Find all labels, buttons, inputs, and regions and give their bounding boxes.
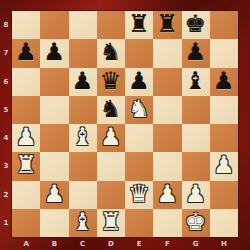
- square-c5[interactable]: [69, 96, 97, 124]
- piece-black-knight[interactable]: ♞: [100, 40, 122, 64]
- file-labels: ABCDEFGH: [12, 237, 238, 250]
- square-f1[interactable]: [153, 209, 181, 237]
- piece-white-knight[interactable]: ♞: [128, 97, 150, 121]
- square-h1[interactable]: [210, 209, 238, 237]
- file-label-a: A: [12, 237, 40, 250]
- rank-label-1: 1: [0, 209, 12, 237]
- piece-white-king[interactable]: ♚: [185, 210, 207, 234]
- square-b7[interactable]: ♟: [40, 39, 68, 67]
- piece-white-pawn[interactable]: ♟: [44, 182, 66, 206]
- square-d8[interactable]: [97, 11, 125, 39]
- square-g1[interactable]: ♚: [182, 209, 210, 237]
- rank-label-6: 6: [0, 68, 12, 96]
- square-e2[interactable]: ♛: [125, 181, 153, 209]
- square-f8[interactable]: ♜: [153, 11, 181, 39]
- square-a8[interactable]: [12, 11, 40, 39]
- square-f6[interactable]: [153, 68, 181, 96]
- square-h8[interactable]: [210, 11, 238, 39]
- file-label-g: G: [182, 237, 210, 250]
- square-b6[interactable]: [40, 68, 68, 96]
- chess-board-diagram: 87654321 ♜♜♚♟♟♞♟♟♛♟♝♟♞♞♟♝♟♜♟♟♛♟♟♝♜♚ ABCD…: [0, 0, 250, 250]
- square-g4[interactable]: [182, 124, 210, 152]
- square-h6[interactable]: ♟: [210, 68, 238, 96]
- square-f3[interactable]: [153, 152, 181, 180]
- piece-black-pawn[interactable]: ♟: [185, 40, 207, 64]
- square-b4[interactable]: [40, 124, 68, 152]
- square-c7[interactable]: [69, 39, 97, 67]
- piece-white-pawn[interactable]: ♟: [157, 182, 179, 206]
- piece-black-pawn[interactable]: ♟: [213, 69, 235, 93]
- square-h3[interactable]: ♟: [210, 152, 238, 180]
- file-label-b: B: [40, 237, 68, 250]
- file-label-f: F: [153, 237, 181, 250]
- square-e1[interactable]: [125, 209, 153, 237]
- piece-black-knight[interactable]: ♞: [100, 97, 122, 121]
- square-f5[interactable]: [153, 96, 181, 124]
- square-e3[interactable]: [125, 152, 153, 180]
- piece-black-pawn[interactable]: ♟: [128, 69, 150, 93]
- piece-black-pawn[interactable]: ♟: [72, 69, 94, 93]
- rank-label-8: 8: [0, 11, 12, 39]
- rank-label-3: 3: [0, 152, 12, 180]
- square-c1[interactable]: ♝: [69, 209, 97, 237]
- square-c2[interactable]: [69, 181, 97, 209]
- file-label-c: C: [69, 237, 97, 250]
- piece-black-queen[interactable]: ♛: [100, 69, 122, 93]
- rank-label-7: 7: [0, 39, 12, 67]
- square-c8[interactable]: [69, 11, 97, 39]
- square-c4[interactable]: ♝: [69, 124, 97, 152]
- rank-labels: 87654321: [0, 11, 12, 237]
- square-e7[interactable]: [125, 39, 153, 67]
- square-g8[interactable]: ♚: [182, 11, 210, 39]
- piece-black-rook[interactable]: ♜: [128, 12, 150, 36]
- square-a4[interactable]: ♟: [12, 124, 40, 152]
- square-g6[interactable]: ♝: [182, 68, 210, 96]
- square-e4[interactable]: [125, 124, 153, 152]
- square-d5[interactable]: ♞: [97, 96, 125, 124]
- square-d3[interactable]: [97, 152, 125, 180]
- square-b8[interactable]: [40, 11, 68, 39]
- piece-white-pawn[interactable]: ♟: [15, 125, 37, 149]
- square-g2[interactable]: ♟: [182, 181, 210, 209]
- square-g7[interactable]: ♟: [182, 39, 210, 67]
- square-g3[interactable]: [182, 152, 210, 180]
- square-h7[interactable]: [210, 39, 238, 67]
- piece-white-pawn[interactable]: ♟: [185, 182, 207, 206]
- square-c3[interactable]: [69, 152, 97, 180]
- square-b5[interactable]: [40, 96, 68, 124]
- file-label-h: H: [210, 237, 238, 250]
- square-d2[interactable]: [97, 181, 125, 209]
- square-a5[interactable]: [12, 96, 40, 124]
- square-f2[interactable]: ♟: [153, 181, 181, 209]
- square-h5[interactable]: [210, 96, 238, 124]
- rank-label-5: 5: [0, 96, 12, 124]
- piece-white-rook[interactable]: ♜: [15, 153, 37, 177]
- piece-black-bishop[interactable]: ♝: [185, 69, 207, 93]
- square-b3[interactable]: [40, 152, 68, 180]
- square-a3[interactable]: ♜: [12, 152, 40, 180]
- square-a6[interactable]: [12, 68, 40, 96]
- rank-label-4: 4: [0, 124, 12, 152]
- square-e5[interactable]: ♞: [125, 96, 153, 124]
- square-e6[interactable]: ♟: [125, 68, 153, 96]
- piece-white-pawn[interactable]: ♟: [100, 125, 122, 149]
- file-label-e: E: [125, 237, 153, 250]
- piece-black-king[interactable]: ♚: [185, 12, 207, 36]
- square-c6[interactable]: ♟: [69, 68, 97, 96]
- square-a7[interactable]: ♟: [12, 39, 40, 67]
- piece-white-bishop[interactable]: ♝: [72, 210, 94, 234]
- square-e8[interactable]: ♜: [125, 11, 153, 39]
- square-g5[interactable]: [182, 96, 210, 124]
- piece-black-pawn[interactable]: ♟: [44, 40, 66, 64]
- file-label-d: D: [97, 237, 125, 250]
- square-h4[interactable]: [210, 124, 238, 152]
- square-f4[interactable]: [153, 124, 181, 152]
- square-a1[interactable]: [12, 209, 40, 237]
- square-b1[interactable]: [40, 209, 68, 237]
- square-b2[interactable]: ♟: [40, 181, 68, 209]
- chess-board: ♜♜♚♟♟♞♟♟♛♟♝♟♞♞♟♝♟♜♟♟♛♟♟♝♜♚: [12, 11, 238, 237]
- square-f7[interactable]: [153, 39, 181, 67]
- piece-white-pawn[interactable]: ♟: [213, 153, 235, 177]
- square-h2[interactable]: [210, 181, 238, 209]
- piece-white-bishop[interactable]: ♝: [72, 125, 94, 149]
- piece-black-pawn[interactable]: ♟: [15, 40, 37, 64]
- square-d1[interactable]: ♜: [97, 209, 125, 237]
- square-d4[interactable]: ♟: [97, 124, 125, 152]
- piece-white-queen[interactable]: ♛: [128, 182, 150, 206]
- square-d6[interactable]: ♛: [97, 68, 125, 96]
- square-d7[interactable]: ♞: [97, 39, 125, 67]
- piece-black-rook[interactable]: ♜: [157, 12, 179, 36]
- square-a2[interactable]: [12, 181, 40, 209]
- piece-white-rook[interactable]: ♜: [100, 210, 122, 234]
- rank-label-2: 2: [0, 181, 12, 209]
